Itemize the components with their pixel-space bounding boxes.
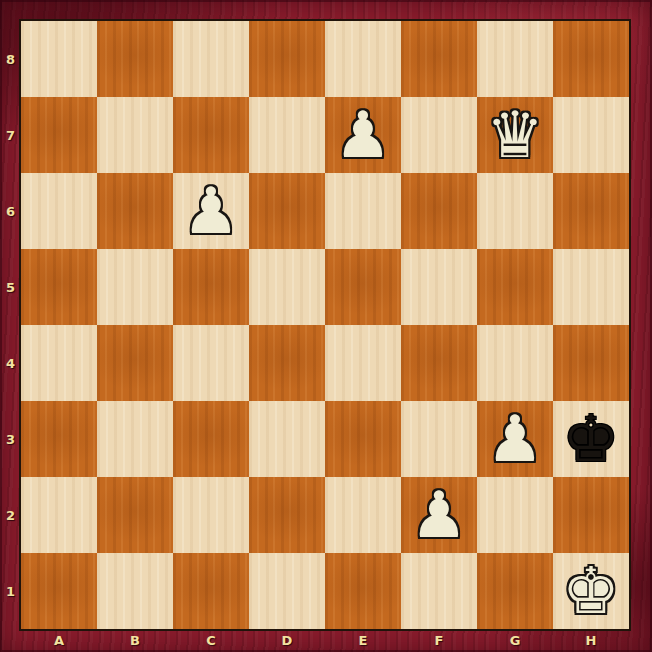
piece-white-queen[interactable]: ♛ [477, 97, 553, 173]
file-labels: ABCDEFGH [21, 629, 629, 652]
square-c3[interactable] [173, 401, 249, 477]
square-h2[interactable] [553, 477, 629, 553]
square-a7[interactable] [21, 97, 97, 173]
square-c7[interactable] [173, 97, 249, 173]
square-f6[interactable] [401, 173, 477, 249]
square-b6[interactable] [97, 173, 173, 249]
square-a8[interactable] [21, 21, 97, 97]
square-c6[interactable]: ♟ [173, 173, 249, 249]
square-a4[interactable] [21, 325, 97, 401]
square-b3[interactable] [97, 401, 173, 477]
file-label-g: G [477, 629, 553, 652]
rank-label-4: 4 [0, 325, 21, 401]
square-h3[interactable]: ♚ [553, 401, 629, 477]
square-g7[interactable]: ♛ [477, 97, 553, 173]
square-b4[interactable] [97, 325, 173, 401]
chess-board-frame: 87654321 ♟♛♟♟♚♟♚ ABCDEFGH [0, 0, 652, 652]
piece-white-pawn[interactable]: ♟ [477, 401, 553, 477]
square-h1[interactable]: ♚ [553, 553, 629, 629]
rank-label-8: 8 [0, 21, 21, 97]
square-f8[interactable] [401, 21, 477, 97]
square-a6[interactable] [21, 173, 97, 249]
chess-board: ♟♛♟♟♚♟♚ [21, 21, 629, 629]
square-a2[interactable] [21, 477, 97, 553]
square-g8[interactable] [477, 21, 553, 97]
square-h8[interactable] [553, 21, 629, 97]
rank-label-2: 2 [0, 477, 21, 553]
square-d1[interactable] [249, 553, 325, 629]
square-g2[interactable] [477, 477, 553, 553]
square-e3[interactable] [325, 401, 401, 477]
square-e1[interactable] [325, 553, 401, 629]
file-label-h: H [553, 629, 629, 652]
square-e7[interactable]: ♟ [325, 97, 401, 173]
square-b2[interactable] [97, 477, 173, 553]
square-d8[interactable] [249, 21, 325, 97]
piece-white-pawn[interactable]: ♟ [173, 173, 249, 249]
piece-white-pawn[interactable]: ♟ [401, 477, 477, 553]
file-label-f: F [401, 629, 477, 652]
rank-label-7: 7 [0, 97, 21, 173]
square-d7[interactable] [249, 97, 325, 173]
file-label-e: E [325, 629, 401, 652]
square-f3[interactable] [401, 401, 477, 477]
square-c1[interactable] [173, 553, 249, 629]
square-f2[interactable]: ♟ [401, 477, 477, 553]
square-e5[interactable] [325, 249, 401, 325]
square-h4[interactable] [553, 325, 629, 401]
square-h6[interactable] [553, 173, 629, 249]
square-b1[interactable] [97, 553, 173, 629]
square-g1[interactable] [477, 553, 553, 629]
file-label-c: C [173, 629, 249, 652]
piece-black-king[interactable]: ♚ [553, 401, 629, 477]
rank-label-6: 6 [0, 173, 21, 249]
square-d4[interactable] [249, 325, 325, 401]
rank-labels: 87654321 [0, 21, 21, 629]
square-f4[interactable] [401, 325, 477, 401]
square-d3[interactable] [249, 401, 325, 477]
square-h5[interactable] [553, 249, 629, 325]
square-e2[interactable] [325, 477, 401, 553]
file-label-d: D [249, 629, 325, 652]
square-a1[interactable] [21, 553, 97, 629]
square-d2[interactable] [249, 477, 325, 553]
square-b8[interactable] [97, 21, 173, 97]
square-g5[interactable] [477, 249, 553, 325]
square-h7[interactable] [553, 97, 629, 173]
square-d5[interactable] [249, 249, 325, 325]
square-d6[interactable] [249, 173, 325, 249]
square-e4[interactable] [325, 325, 401, 401]
square-b5[interactable] [97, 249, 173, 325]
piece-white-king[interactable]: ♚ [553, 553, 629, 629]
square-a5[interactable] [21, 249, 97, 325]
rank-label-5: 5 [0, 249, 21, 325]
file-label-b: B [97, 629, 173, 652]
square-b7[interactable] [97, 97, 173, 173]
square-e8[interactable] [325, 21, 401, 97]
square-f5[interactable] [401, 249, 477, 325]
square-a3[interactable] [21, 401, 97, 477]
square-g3[interactable]: ♟ [477, 401, 553, 477]
rank-label-1: 1 [0, 553, 21, 629]
square-f7[interactable] [401, 97, 477, 173]
file-label-a: A [21, 629, 97, 652]
square-c4[interactable] [173, 325, 249, 401]
rank-label-3: 3 [0, 401, 21, 477]
square-c5[interactable] [173, 249, 249, 325]
square-g6[interactable] [477, 173, 553, 249]
piece-white-pawn[interactable]: ♟ [325, 97, 401, 173]
square-c8[interactable] [173, 21, 249, 97]
square-e6[interactable] [325, 173, 401, 249]
square-f1[interactable] [401, 553, 477, 629]
square-g4[interactable] [477, 325, 553, 401]
square-c2[interactable] [173, 477, 249, 553]
